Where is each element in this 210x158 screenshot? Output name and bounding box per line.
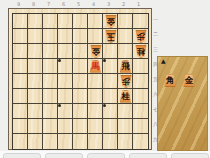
board-square[interactable]	[73, 59, 88, 74]
hand-piece[interactable]: 金	[183, 74, 195, 87]
board-square[interactable]	[103, 134, 118, 149]
rank-label: 二	[152, 27, 159, 42]
board-square[interactable]	[133, 59, 148, 74]
board-square[interactable]	[13, 59, 28, 74]
board-square[interactable]	[118, 119, 133, 134]
shogi-board: 金玉歩金桂飛馬歩桂	[8, 8, 152, 150]
board-square[interactable]	[43, 14, 58, 29]
board-square[interactable]	[43, 134, 58, 149]
board-square[interactable]	[88, 104, 103, 119]
board-square[interactable]	[73, 14, 88, 29]
star-point	[58, 59, 61, 62]
bottom-toolbar	[0, 151, 210, 158]
star-point	[58, 104, 61, 107]
board-square[interactable]	[43, 119, 58, 134]
board-square[interactable]	[133, 14, 148, 29]
file-label: 6	[56, 1, 71, 8]
star-point	[103, 59, 106, 62]
board-square[interactable]	[133, 74, 148, 89]
rank-label: 一	[152, 12, 159, 27]
hand-piece[interactable]: 角	[164, 74, 176, 87]
board-square[interactable]	[88, 119, 103, 134]
board-square[interactable]	[13, 119, 28, 134]
shogi-app: 987654321 一二三四五六七八九 金玉歩金桂飛馬歩桂 ▲ 角金	[0, 0, 210, 158]
board-square[interactable]	[28, 89, 43, 104]
board-square[interactable]	[28, 119, 43, 134]
toolbar-button[interactable]	[3, 153, 41, 158]
board-square[interactable]	[58, 89, 73, 104]
board-square[interactable]	[43, 104, 58, 119]
file-label: 2	[116, 1, 131, 8]
file-label: 4	[86, 1, 101, 8]
toolbar-button[interactable]	[87, 153, 125, 158]
board-square[interactable]	[103, 74, 118, 89]
board-square[interactable]	[58, 74, 73, 89]
board-square[interactable]	[43, 59, 58, 74]
board-square[interactable]	[73, 44, 88, 59]
board-square[interactable]	[58, 29, 73, 44]
board-square[interactable]	[43, 89, 58, 104]
board-square[interactable]	[28, 14, 43, 29]
board-square[interactable]	[88, 74, 103, 89]
board-square[interactable]	[28, 134, 43, 149]
board-square[interactable]	[103, 89, 118, 104]
board-square[interactable]	[13, 74, 28, 89]
board-square[interactable]	[73, 134, 88, 149]
board-square[interactable]	[118, 44, 133, 59]
file-label: 5	[71, 1, 86, 8]
board-square[interactable]	[73, 29, 88, 44]
board-square[interactable]	[58, 14, 73, 29]
board-square[interactable]	[118, 134, 133, 149]
toolbar-button[interactable]	[129, 153, 167, 158]
board-square[interactable]	[118, 14, 133, 29]
file-label: 7	[41, 1, 56, 8]
board-square[interactable]	[133, 119, 148, 134]
board-square[interactable]	[28, 44, 43, 59]
board-square[interactable]	[73, 89, 88, 104]
board-square[interactable]	[28, 29, 43, 44]
board-square[interactable]	[58, 119, 73, 134]
board-square[interactable]	[28, 104, 43, 119]
star-point	[103, 104, 106, 107]
board-square[interactable]	[13, 89, 28, 104]
board-square[interactable]	[133, 134, 148, 149]
sente-marker-icon: ▲	[161, 57, 166, 65]
board-square[interactable]	[88, 89, 103, 104]
file-label: 3	[101, 1, 116, 8]
board-square[interactable]	[58, 44, 73, 59]
board-square[interactable]	[118, 29, 133, 44]
board-square[interactable]	[43, 44, 58, 59]
file-label: 9	[11, 1, 26, 8]
board-square[interactable]	[73, 104, 88, 119]
board-square[interactable]	[133, 89, 148, 104]
board-square[interactable]	[103, 119, 118, 134]
board-square[interactable]	[13, 104, 28, 119]
toolbar-button[interactable]	[45, 153, 83, 158]
file-label: 1	[131, 1, 146, 8]
komadai-sente: ▲ 角金	[157, 56, 208, 151]
board-square[interactable]	[73, 119, 88, 134]
board-square[interactable]	[88, 14, 103, 29]
board-square[interactable]	[103, 44, 118, 59]
board-square[interactable]	[88, 134, 103, 149]
board-square[interactable]	[58, 134, 73, 149]
toolbar-button[interactable]	[171, 153, 209, 158]
board-square[interactable]	[118, 104, 133, 119]
board-square[interactable]	[43, 29, 58, 44]
board-square[interactable]	[28, 74, 43, 89]
board-square[interactable]	[13, 29, 28, 44]
rank-label: 三	[152, 42, 159, 57]
board-square[interactable]	[13, 44, 28, 59]
board-square[interactable]	[43, 74, 58, 89]
board-square[interactable]	[13, 14, 28, 29]
file-label: 8	[26, 1, 41, 8]
board-square[interactable]	[73, 74, 88, 89]
board-square[interactable]	[28, 59, 43, 74]
board-square[interactable]	[88, 29, 103, 44]
board-square[interactable]	[133, 104, 148, 119]
board-square[interactable]	[13, 134, 28, 149]
